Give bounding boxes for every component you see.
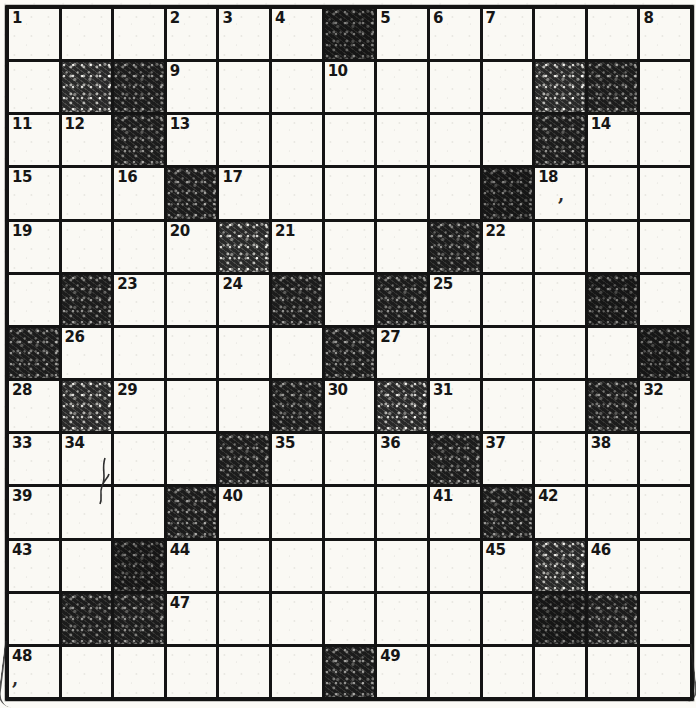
clue-number-49: 49 [380,648,400,665]
cell-r9c4[interactable] [167,434,217,484]
cell-r1c7-block [325,9,375,59]
cell-r12c11-block [535,594,585,644]
cell-r12c5[interactable] [219,594,269,644]
cell-r7c10[interactable] [483,328,533,378]
cell-r1c5[interactable]: 3 [219,9,269,59]
cell-r5c9-block [430,222,480,272]
cell-r4c13[interactable] [640,168,690,218]
cell-r6c3[interactable]: 23 [114,275,164,325]
cell-r7c3[interactable] [114,328,164,378]
cell-r5c1[interactable]: 19 [9,222,59,272]
cell-r11c10[interactable]: 45 [483,541,533,591]
clue-number-42: 42 [538,488,558,505]
clue-number-34: 34 [65,435,85,452]
cell-r8c11[interactable] [535,381,585,431]
cell-r8c8-block [377,381,427,431]
clue-number-18: 18 [538,169,558,186]
cell-r12c3-block [114,594,164,644]
comma-after-18: , [558,186,564,204]
clue-number-43: 43 [12,542,32,559]
clue-number-1: 1 [12,10,22,27]
cell-r3c4[interactable]: 13 [167,115,217,165]
cell-r12c13[interactable] [640,594,690,644]
cell-r4c6[interactable] [272,168,322,218]
cell-r11c13[interactable] [640,541,690,591]
clue-number-32: 32 [643,382,663,399]
cell-r3c2[interactable]: 12 [62,115,112,165]
clue-number-5: 5 [380,10,390,27]
cell-r12c4[interactable]: 47 [167,594,217,644]
cell-r6c13[interactable] [640,275,690,325]
cell-r7c5[interactable] [219,328,269,378]
cell-r12c9[interactable] [430,594,480,644]
cell-r1c8[interactable]: 5 [377,9,427,59]
cell-r3c10[interactable] [483,115,533,165]
cell-r1c11[interactable] [535,9,585,59]
cell-r3c13[interactable] [640,115,690,165]
clue-number-36: 36 [380,435,400,452]
cell-r1c6[interactable]: 4 [272,9,322,59]
clue-number-7: 7 [486,10,496,27]
clue-number-29: 29 [117,382,137,399]
cell-r8c1[interactable]: 28 [9,381,59,431]
cell-r11c4[interactable]: 44 [167,541,217,591]
clue-number-33: 33 [12,435,32,452]
cell-r5c3[interactable] [114,222,164,272]
cell-r6c8-block [377,275,427,325]
cell-r9c5-block [219,434,269,484]
cell-r11c3-block [114,541,164,591]
clue-number-11: 11 [12,116,32,133]
cell-r5c10[interactable]: 22 [483,222,533,272]
cell-r8c3[interactable]: 29 [114,381,164,431]
cell-r2c8[interactable] [377,62,427,112]
cell-r3c6[interactable] [272,115,322,165]
cell-r6c7[interactable] [325,275,375,325]
cell-r7c4[interactable] [167,328,217,378]
clue-number-28: 28 [12,382,32,399]
cell-r2c11-block [535,62,585,112]
clue-number-35: 35 [275,435,295,452]
cell-r12c7[interactable] [325,594,375,644]
clue-number-13: 13 [170,116,190,133]
cell-r4c12[interactable] [588,168,638,218]
cell-r13c13[interactable] [640,647,690,697]
cell-r9c10[interactable]: 37 [483,434,533,484]
clue-number-26: 26 [65,329,85,346]
cell-r9c1[interactable]: 33 [9,434,59,484]
clue-number-20: 20 [170,223,190,240]
cell-r2c13[interactable] [640,62,690,112]
cell-r4c5[interactable]: 17 [219,168,269,218]
clue-number-41: 41 [433,488,453,505]
cell-r8c2-block [62,381,112,431]
cell-r4c1[interactable]: 15 [9,168,59,218]
clue-number-39: 39 [12,488,32,505]
cell-r4c10-block [483,168,533,218]
cell-r11c5[interactable] [219,541,269,591]
cell-r5c8[interactable] [377,222,427,272]
cell-r6c12-block [588,275,638,325]
clue-number-3: 3 [222,10,232,27]
cell-r12c6[interactable] [272,594,322,644]
cell-r5c13[interactable] [640,222,690,272]
cell-r9c12[interactable]: 38 [588,434,638,484]
cell-r6c11[interactable] [535,275,585,325]
clue-number-31: 31 [433,382,453,399]
cell-r11c1[interactable]: 43 [9,541,59,591]
cell-r13c12[interactable] [588,647,638,697]
cell-r1c2[interactable] [62,9,112,59]
clue-number-47: 47 [170,595,190,612]
cell-r11c8[interactable] [377,541,427,591]
cell-r9c9-block [430,434,480,484]
cell-r13c8[interactable]: 49 [377,647,427,697]
clue-number-44: 44 [170,542,190,559]
cell-r7c1-block [9,328,59,378]
cell-r3c11-block [535,115,585,165]
cell-r7c12[interactable] [588,328,638,378]
cell-r2c6[interactable] [272,62,322,112]
cell-r5c11[interactable] [535,222,585,272]
cell-r8c12-block [588,381,638,431]
clue-number-46: 46 [591,542,611,559]
cell-r2c1[interactable] [9,62,59,112]
clue-number-15: 15 [12,169,32,186]
clue-number-21: 21 [275,223,295,240]
clue-number-37: 37 [486,435,506,452]
cell-r6c6-block [272,275,322,325]
cell-r10c8[interactable] [377,487,427,537]
clue-number-38: 38 [591,435,611,452]
cell-r13c11[interactable] [535,647,585,697]
cell-r12c8[interactable] [377,594,427,644]
cell-r2c5[interactable] [219,62,269,112]
cell-r12c10[interactable] [483,594,533,644]
cell-r5c5-block [219,222,269,272]
cell-r2c4[interactable]: 9 [167,62,217,112]
cell-r2c3-block [114,62,164,112]
cell-r10c9[interactable]: 41 [430,487,480,537]
cell-r2c10[interactable] [483,62,533,112]
cell-r13c6[interactable] [272,647,322,697]
clue-number-2: 2 [170,10,180,27]
cell-r13c2[interactable] [62,647,112,697]
cell-r11c7[interactable] [325,541,375,591]
cell-r11c6[interactable] [272,541,322,591]
clue-number-10: 10 [328,63,348,80]
stray-pen-mark [94,456,112,506]
cell-r7c2[interactable]: 26 [62,328,112,378]
clue-number-9: 9 [170,63,180,80]
cell-r4c4-block [167,168,217,218]
cell-r1c10[interactable]: 7 [483,9,533,59]
clue-number-12: 12 [65,116,85,133]
cell-r10c7[interactable] [325,487,375,537]
cell-r13c10[interactable] [483,647,533,697]
cell-r10c11[interactable]: 42 [535,487,585,537]
cell-r6c1[interactable] [9,275,59,325]
cell-r6c4[interactable] [167,275,217,325]
cell-r9c11[interactable] [535,434,585,484]
cell-r2c12-block [588,62,638,112]
cell-r2c9[interactable] [430,62,480,112]
crossword-board: 1234567891011121314151617181920212223242… [5,5,694,701]
cell-r10c3[interactable] [114,487,164,537]
clue-number-27: 27 [380,329,400,346]
cell-r9c13[interactable] [640,434,690,484]
clue-number-14: 14 [591,116,611,133]
clue-number-23: 23 [117,276,137,293]
clue-number-24: 24 [222,276,242,293]
cell-r10c4-block [167,487,217,537]
cell-r11c11-block [535,541,585,591]
cell-r9c8[interactable]: 36 [377,434,427,484]
clue-number-25: 25 [433,276,453,293]
clue-number-17: 17 [222,169,242,186]
cell-r3c5[interactable] [219,115,269,165]
cell-r13c3[interactable] [114,647,164,697]
cell-r6c2-block [62,275,112,325]
cell-r5c6[interactable]: 21 [272,222,322,272]
clue-number-16: 16 [117,169,137,186]
cell-r8c4[interactable] [167,381,217,431]
clue-number-30: 30 [328,382,348,399]
cell-r10c10-block [483,487,533,537]
clue-number-19: 19 [12,223,32,240]
clue-number-48: 48 [12,648,32,665]
cell-r7c6[interactable] [272,328,322,378]
cell-r7c11[interactable] [535,328,585,378]
cell-r12c1[interactable] [9,594,59,644]
clue-number-4: 4 [275,10,285,27]
clue-number-6: 6 [433,10,443,27]
cell-r13c7-block [325,647,375,697]
comma-below-48: , [12,670,18,688]
cell-r13c5[interactable] [219,647,269,697]
cell-r9c6[interactable]: 35 [272,434,322,484]
cell-r11c9[interactable] [430,541,480,591]
cell-r8c7[interactable]: 30 [325,381,375,431]
cell-r13c4[interactable] [167,647,217,697]
cell-r12c12-block [588,594,638,644]
cell-r11c12[interactable]: 46 [588,541,638,591]
clue-number-45: 45 [486,542,506,559]
cell-r6c10[interactable] [483,275,533,325]
cell-r3c1[interactable]: 11 [9,115,59,165]
cell-r4c2[interactable] [62,168,112,218]
cell-r9c7[interactable] [325,434,375,484]
cell-r3c3-block [114,115,164,165]
cell-r2c7[interactable]: 10 [325,62,375,112]
cell-r5c12[interactable] [588,222,638,272]
cell-r1c1[interactable]: 1 [9,9,59,59]
cell-r6c9[interactable]: 25 [430,275,480,325]
cell-r10c12[interactable] [588,487,638,537]
cell-r4c8[interactable] [377,168,427,218]
cell-r1c4[interactable]: 2 [167,9,217,59]
cell-r7c13-block [640,328,690,378]
cell-r8c6-block [272,381,322,431]
cell-r7c8[interactable]: 27 [377,328,427,378]
cell-r3c7[interactable] [325,115,375,165]
cell-r8c13[interactable]: 32 [640,381,690,431]
cell-r1c13[interactable]: 8 [640,9,690,59]
cell-r11c2[interactable] [62,541,112,591]
cell-r4c3[interactable]: 16 [114,168,164,218]
cell-r7c9[interactable] [430,328,480,378]
cell-r10c13[interactable] [640,487,690,537]
cell-r5c2[interactable] [62,222,112,272]
cell-r3c8[interactable] [377,115,427,165]
cell-r4c9[interactable] [430,168,480,218]
cell-r5c4[interactable]: 20 [167,222,217,272]
cell-r8c10[interactable] [483,381,533,431]
cell-r1c12[interactable] [588,9,638,59]
cell-r3c12[interactable]: 14 [588,115,638,165]
cell-r8c9[interactable]: 31 [430,381,480,431]
cell-r2c2-block [62,62,112,112]
clue-number-40: 40 [222,488,242,505]
cell-r9c3[interactable] [114,434,164,484]
cell-r10c1[interactable]: 39 [9,487,59,537]
cell-r10c6[interactable] [272,487,322,537]
clue-number-22: 22 [486,223,506,240]
cell-r13c9[interactable] [430,647,480,697]
cell-r8c5[interactable] [219,381,269,431]
cell-r10c5[interactable]: 40 [219,487,269,537]
cell-r12c2-block [62,594,112,644]
clue-number-8: 8 [643,10,653,27]
cell-r7c7-block [325,328,375,378]
cell-r3c9[interactable] [430,115,480,165]
cell-r1c3[interactable] [114,9,164,59]
cell-r4c7[interactable] [325,168,375,218]
cell-r5c7[interactable] [325,222,375,272]
cell-r6c5[interactable]: 24 [219,275,269,325]
cell-r1c9[interactable]: 6 [430,9,480,59]
